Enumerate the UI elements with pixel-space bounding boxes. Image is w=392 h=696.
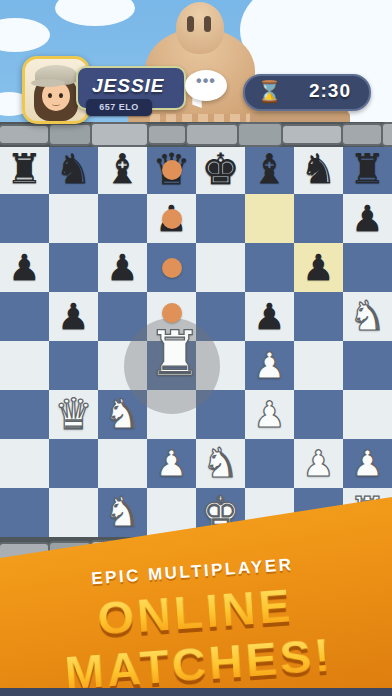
square-e8[interactable]: ♚: [196, 145, 245, 194]
hourglass-icon: ⌛: [257, 79, 282, 103]
wall-stone: [281, 124, 343, 145]
black-pawn[interactable]: ♟: [245, 292, 294, 341]
wall-stone: [381, 122, 392, 147]
square-a4[interactable]: [0, 341, 49, 390]
white-queen[interactable]: ♛: [49, 390, 98, 439]
square-h5[interactable]: ♞: [343, 292, 392, 341]
chess-board: ♜♞♝♛♚♝♞♜♟♟♟♟♟♟♟♞♜♟♛♞♟♟♞♟♟♞♚♜: [0, 145, 392, 537]
wall-stone: [0, 124, 50, 145]
move-hint-dot-d6[interactable]: [162, 258, 182, 278]
square-f4[interactable]: ♟: [245, 341, 294, 390]
square-h8[interactable]: ♜: [343, 145, 392, 194]
square-f8[interactable]: ♝: [245, 145, 294, 194]
black-bishop[interactable]: ♝: [245, 145, 294, 194]
square-h4[interactable]: [343, 341, 392, 390]
square-g3[interactable]: [294, 390, 343, 439]
square-h6[interactable]: [343, 243, 392, 292]
black-pawn[interactable]: ♟: [98, 243, 147, 292]
square-a1[interactable]: [0, 488, 49, 537]
move-hint-dot-d5[interactable]: [162, 303, 182, 323]
square-d4[interactable]: ♜: [147, 341, 196, 390]
white-knight[interactable]: ♞: [98, 488, 147, 537]
square-e6[interactable]: [196, 243, 245, 292]
square-g5[interactable]: [294, 292, 343, 341]
bottom-edge-strip: [0, 688, 392, 696]
white-pawn[interactable]: ♟: [147, 439, 196, 488]
black-knight[interactable]: ♞: [294, 145, 343, 194]
elo-badge: 657 ELO: [86, 99, 152, 116]
white-knight[interactable]: ♞: [98, 390, 147, 439]
black-pawn[interactable]: ♟: [49, 292, 98, 341]
avatar-cap-brim: [31, 79, 65, 87]
square-c7[interactable]: [98, 194, 147, 243]
square-b7[interactable]: [49, 194, 98, 243]
wall-stone: [147, 124, 187, 145]
promo-text: EPIC MULTIPLAYER ONLINE MATCHES!: [0, 548, 392, 696]
square-e2[interactable]: ♞: [196, 439, 245, 488]
black-rook[interactable]: ♜: [343, 145, 392, 194]
white-knight[interactable]: ♞: [343, 292, 392, 341]
square-b1[interactable]: [49, 488, 98, 537]
square-b5[interactable]: ♟: [49, 292, 98, 341]
timer: ⌛ 2:30: [243, 74, 371, 111]
square-c2[interactable]: [98, 439, 147, 488]
square-f2[interactable]: [245, 439, 294, 488]
black-pawn[interactable]: ♟: [343, 194, 392, 243]
square-h3[interactable]: [343, 390, 392, 439]
wall-stone: [237, 122, 283, 147]
timer-value: 2:30: [309, 80, 351, 102]
square-f3[interactable]: ♟: [245, 390, 294, 439]
chat-dots: •••: [185, 72, 227, 90]
black-king[interactable]: ♚: [196, 145, 245, 194]
white-pawn[interactable]: ♟: [245, 390, 294, 439]
square-c8[interactable]: ♝: [98, 145, 147, 194]
black-knight[interactable]: ♞: [49, 145, 98, 194]
square-b2[interactable]: [49, 439, 98, 488]
square-g8[interactable]: ♞: [294, 145, 343, 194]
square-g2[interactable]: ♟: [294, 439, 343, 488]
square-a8[interactable]: ♜: [0, 145, 49, 194]
square-h7[interactable]: ♟: [343, 194, 392, 243]
square-a7[interactable]: [0, 194, 49, 243]
white-pawn[interactable]: ♟: [245, 341, 294, 390]
player-name: JESSIE: [92, 75, 165, 97]
square-h2[interactable]: ♟: [343, 439, 392, 488]
wall-stone: [90, 122, 149, 147]
white-knight[interactable]: ♞: [196, 439, 245, 488]
player-bar: JESSIE 657 ELO ••• ⌛ 2:30: [0, 0, 392, 125]
square-c6[interactable]: ♟: [98, 243, 147, 292]
square-c3[interactable]: ♞: [98, 390, 147, 439]
move-hint-dot-d8[interactable]: [162, 160, 182, 180]
black-pawn[interactable]: ♟: [294, 243, 343, 292]
square-a3[interactable]: [0, 390, 49, 439]
wall-stone: [341, 123, 383, 146]
square-a5[interactable]: [0, 292, 49, 341]
square-b8[interactable]: ♞: [49, 145, 98, 194]
black-pawn[interactable]: ♟: [0, 243, 49, 292]
square-a6[interactable]: ♟: [0, 243, 49, 292]
move-hint-dot-d7[interactable]: [162, 209, 182, 229]
white-rook[interactable]: ♜: [147, 331, 196, 380]
square-f7[interactable]: [245, 194, 294, 243]
chat-button[interactable]: •••: [185, 70, 227, 101]
white-pawn[interactable]: ♟: [343, 439, 392, 488]
square-f5[interactable]: ♟: [245, 292, 294, 341]
wall-stone: [48, 123, 92, 146]
black-bishop[interactable]: ♝: [98, 145, 147, 194]
square-e7[interactable]: [196, 194, 245, 243]
square-f6[interactable]: [245, 243, 294, 292]
black-rook[interactable]: ♜: [0, 145, 49, 194]
square-g6[interactable]: ♟: [294, 243, 343, 292]
square-b3[interactable]: ♛: [49, 390, 98, 439]
square-g7[interactable]: [294, 194, 343, 243]
wall-stone: [185, 123, 239, 146]
square-b4[interactable]: [49, 341, 98, 390]
square-b6[interactable]: [49, 243, 98, 292]
square-c1[interactable]: ♞: [98, 488, 147, 537]
white-pawn[interactable]: ♟: [294, 439, 343, 488]
square-g4[interactable]: [294, 341, 343, 390]
square-a2[interactable]: [0, 439, 49, 488]
square-d2[interactable]: ♟: [147, 439, 196, 488]
stone-wall-top: [0, 122, 392, 147]
